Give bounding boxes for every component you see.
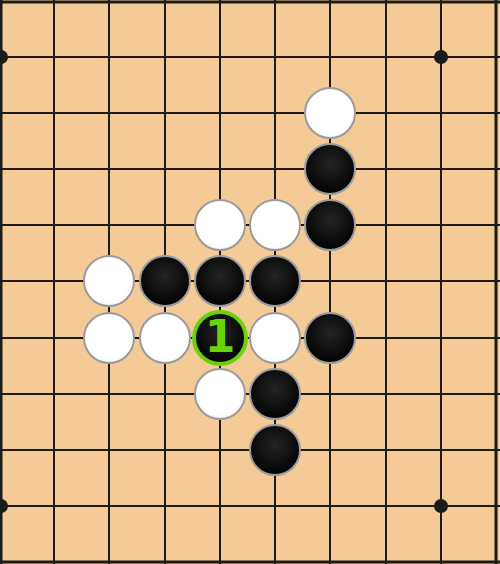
star-point-icon — [434, 50, 448, 64]
star-point-icon — [0, 499, 8, 513]
stone-white — [304, 87, 356, 139]
star-point-icon — [0, 50, 8, 64]
stone-black — [304, 143, 356, 195]
stone-white — [83, 312, 135, 364]
stone-white — [249, 199, 301, 251]
stone-white — [194, 368, 246, 420]
stone-white — [139, 312, 191, 364]
stone-black — [249, 424, 301, 476]
stone-black-move-1: 1 — [192, 310, 248, 366]
stone-white — [83, 255, 135, 307]
star-point-icon — [434, 499, 448, 513]
stone-black — [249, 368, 301, 420]
stone-white — [249, 312, 301, 364]
stone-black — [139, 255, 191, 307]
move-number-label: 1 — [205, 315, 236, 359]
stone-black — [194, 255, 246, 307]
stone-black — [249, 255, 301, 307]
stone-black — [304, 199, 356, 251]
stone-black — [304, 312, 356, 364]
go-board[interactable]: 1 — [0, 0, 500, 564]
stone-white — [194, 199, 246, 251]
